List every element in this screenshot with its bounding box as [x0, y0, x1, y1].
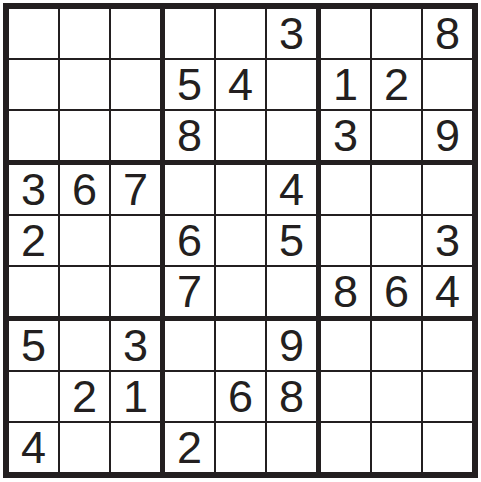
cell-r6c7[interactable]: 8 — [321, 267, 370, 316]
cell-r8c5[interactable]: 6 — [216, 372, 265, 421]
cell-r8c8[interactable] — [372, 372, 421, 421]
cell-r8c6[interactable]: 8 — [267, 372, 316, 421]
cell-r2c2[interactable] — [60, 60, 109, 109]
cell-r9c9[interactable] — [423, 423, 472, 472]
cell-r5c2[interactable] — [60, 216, 109, 265]
box-8: 9 6 8 2 — [165, 321, 316, 472]
cell-r2c4[interactable]: 5 — [165, 60, 214, 109]
cell-r4c1[interactable]: 3 — [9, 165, 58, 214]
cell-r1c7[interactable] — [321, 9, 370, 58]
cell-r6c1[interactable] — [9, 267, 58, 316]
cell-r2c5[interactable]: 4 — [216, 60, 265, 109]
cell-r7c5[interactable] — [216, 321, 265, 370]
cell-r4c3[interactable]: 7 — [111, 165, 160, 214]
box-7: 5 3 2 1 4 — [9, 321, 160, 472]
cell-r2c9[interactable] — [423, 60, 472, 109]
cell-r6c9[interactable]: 4 — [423, 267, 472, 316]
cell-r4c7[interactable] — [321, 165, 370, 214]
cell-r3c5[interactable] — [216, 111, 265, 160]
cell-r3c6[interactable] — [267, 111, 316, 160]
cell-r9c8[interactable] — [372, 423, 421, 472]
cell-r7c4[interactable] — [165, 321, 214, 370]
cell-r6c2[interactable] — [60, 267, 109, 316]
cell-r8c3[interactable]: 1 — [111, 372, 160, 421]
cell-r5c1[interactable]: 2 — [9, 216, 58, 265]
cell-r2c7[interactable]: 1 — [321, 60, 370, 109]
cell-r1c9[interactable]: 8 — [423, 9, 472, 58]
sudoku-board: 3 5 4 8 8 1 2 3 9 3 6 7 2 4 6 5 7 — [3, 3, 478, 478]
cell-r9c4[interactable]: 2 — [165, 423, 214, 472]
cell-r9c6[interactable] — [267, 423, 316, 472]
box-2: 3 5 4 8 — [165, 9, 316, 160]
cell-r2c1[interactable] — [9, 60, 58, 109]
cell-r7c8[interactable] — [372, 321, 421, 370]
cell-r5c8[interactable] — [372, 216, 421, 265]
cell-r3c3[interactable] — [111, 111, 160, 160]
cell-r3c8[interactable] — [372, 111, 421, 160]
cell-r2c6[interactable] — [267, 60, 316, 109]
cell-r8c7[interactable] — [321, 372, 370, 421]
cell-r8c1[interactable] — [9, 372, 58, 421]
cell-r7c7[interactable] — [321, 321, 370, 370]
cell-r1c4[interactable] — [165, 9, 214, 58]
cell-r9c2[interactable] — [60, 423, 109, 472]
cell-r7c6[interactable]: 9 — [267, 321, 316, 370]
cell-r6c3[interactable] — [111, 267, 160, 316]
cell-r6c6[interactable] — [267, 267, 316, 316]
cell-r4c6[interactable]: 4 — [267, 165, 316, 214]
cell-r9c1[interactable]: 4 — [9, 423, 58, 472]
cell-r3c1[interactable] — [9, 111, 58, 160]
cell-r1c8[interactable] — [372, 9, 421, 58]
cell-r7c1[interactable]: 5 — [9, 321, 58, 370]
box-4: 3 6 7 2 — [9, 165, 160, 316]
cell-r3c4[interactable]: 8 — [165, 111, 214, 160]
cell-r6c5[interactable] — [216, 267, 265, 316]
cell-r5c7[interactable] — [321, 216, 370, 265]
cell-r1c1[interactable] — [9, 9, 58, 58]
cell-r3c7[interactable]: 3 — [321, 111, 370, 160]
cell-r1c5[interactable] — [216, 9, 265, 58]
cell-r4c4[interactable] — [165, 165, 214, 214]
cell-r8c4[interactable] — [165, 372, 214, 421]
cell-r6c8[interactable]: 6 — [372, 267, 421, 316]
cell-r8c9[interactable] — [423, 372, 472, 421]
cell-r3c9[interactable]: 9 — [423, 111, 472, 160]
cell-r4c5[interactable] — [216, 165, 265, 214]
cell-r3c2[interactable] — [60, 111, 109, 160]
cell-r5c6[interactable]: 5 — [267, 216, 316, 265]
cell-r7c2[interactable] — [60, 321, 109, 370]
box-6: 3 8 6 4 — [321, 165, 472, 316]
cell-r9c7[interactable] — [321, 423, 370, 472]
cell-r1c6[interactable]: 3 — [267, 9, 316, 58]
cell-r5c5[interactable] — [216, 216, 265, 265]
box-9 — [321, 321, 472, 472]
cell-r5c4[interactable]: 6 — [165, 216, 214, 265]
cell-r8c2[interactable]: 2 — [60, 372, 109, 421]
cell-r4c9[interactable] — [423, 165, 472, 214]
cell-r5c9[interactable]: 3 — [423, 216, 472, 265]
cell-r9c3[interactable] — [111, 423, 160, 472]
cell-r7c9[interactable] — [423, 321, 472, 370]
cell-r4c8[interactable] — [372, 165, 421, 214]
cell-r6c4[interactable]: 7 — [165, 267, 214, 316]
cell-r9c5[interactable] — [216, 423, 265, 472]
cell-r2c3[interactable] — [111, 60, 160, 109]
box-5: 4 6 5 7 — [165, 165, 316, 316]
box-1 — [9, 9, 160, 160]
cell-r1c3[interactable] — [111, 9, 160, 58]
box-3: 8 1 2 3 9 — [321, 9, 472, 160]
cell-r7c3[interactable]: 3 — [111, 321, 160, 370]
cell-r1c2[interactable] — [60, 9, 109, 58]
cell-r5c3[interactable] — [111, 216, 160, 265]
cell-r4c2[interactable]: 6 — [60, 165, 109, 214]
cell-r2c8[interactable]: 2 — [372, 60, 421, 109]
